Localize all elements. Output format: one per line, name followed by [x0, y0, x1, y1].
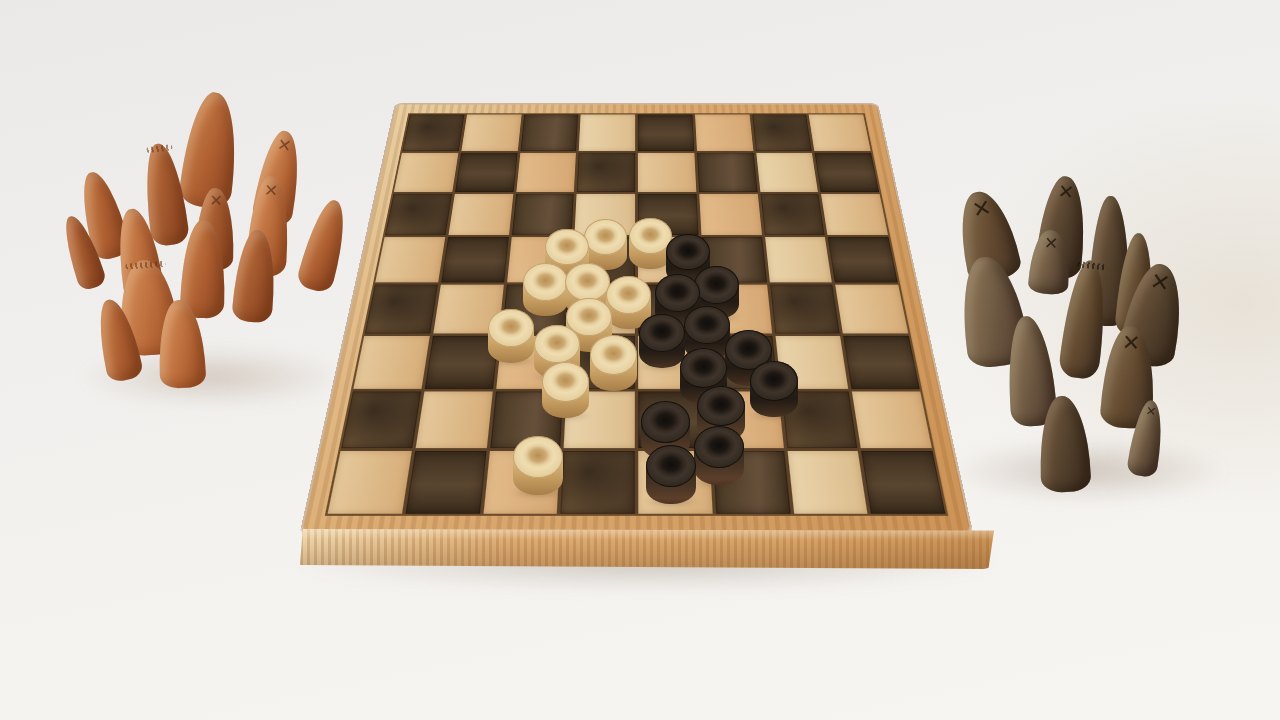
- checker-top: [680, 348, 727, 387]
- checker-top: [488, 309, 534, 348]
- square-e7: [638, 153, 696, 192]
- square-b8: [461, 114, 521, 150]
- checker-top: [513, 436, 563, 478]
- square-a8: [402, 114, 464, 150]
- square-c7: [516, 153, 576, 192]
- square-e8: [638, 114, 694, 150]
- checker-top: [590, 335, 637, 374]
- light-checker-d3: [542, 362, 589, 417]
- checker-top: [534, 325, 580, 364]
- square-b1: [405, 451, 486, 514]
- square-b2: [415, 391, 492, 448]
- square-h7: [815, 153, 879, 192]
- square-a6: [385, 193, 452, 235]
- square-h6: [821, 193, 888, 235]
- checker-top: [684, 306, 730, 345]
- square-a4: [365, 285, 438, 334]
- checker-top: [523, 263, 568, 301]
- square-a7: [394, 153, 458, 192]
- carved-x-mark: ✕: [952, 190, 1010, 227]
- square-g6: [760, 193, 825, 235]
- dark-checker-f2: [694, 426, 744, 485]
- checker-top: [639, 314, 685, 353]
- square-g7: [756, 153, 818, 192]
- checker-top: [666, 234, 710, 271]
- checker-top: [542, 362, 589, 401]
- square-f7: [697, 153, 757, 192]
- square-h4: [835, 285, 908, 334]
- dark-checker-e4: [639, 314, 685, 368]
- checker-top: [646, 445, 696, 487]
- checker-top: [565, 263, 610, 301]
- left-carved-piece-7: [295, 196, 354, 294]
- dark-checker-f3: [750, 361, 798, 418]
- checker-top: [584, 219, 627, 255]
- square-d8: [579, 114, 635, 150]
- square-b5: [441, 237, 508, 282]
- checker-top: [606, 276, 651, 314]
- square-h5: [828, 237, 898, 282]
- board-front-edge: [300, 529, 994, 569]
- square-g5: [765, 237, 832, 282]
- square-d1: [561, 451, 635, 514]
- scene: ✕✕✕ ✕✕✕✕✕✕: [0, 0, 1280, 720]
- carved-serration: [146, 144, 173, 153]
- square-g1: [787, 451, 868, 514]
- square-h3: [843, 336, 919, 389]
- checker-top: [697, 386, 745, 426]
- light-checker-d6: [584, 219, 627, 270]
- checker-top: [641, 401, 690, 442]
- checker-top: [750, 361, 798, 401]
- light-checker-c4: [488, 309, 534, 363]
- square-b7: [455, 153, 517, 192]
- checker-top: [694, 426, 744, 468]
- dark-checker-e1: [646, 445, 696, 504]
- square-a3: [353, 336, 429, 389]
- square-h8: [809, 114, 871, 150]
- checker-top: [694, 266, 739, 304]
- checker-top: [545, 229, 589, 266]
- square-f6: [699, 193, 762, 235]
- square-a5: [375, 237, 445, 282]
- square-h2: [852, 391, 932, 448]
- square-b6: [448, 193, 513, 235]
- square-g4: [770, 285, 840, 334]
- carved-x-mark: ✕: [263, 132, 306, 159]
- carved-x-mark: ✕: [1042, 178, 1090, 206]
- square-h1: [861, 451, 945, 514]
- square-a2: [341, 391, 421, 448]
- light-checker-d4: [590, 335, 637, 390]
- square-d7: [577, 153, 635, 192]
- square-g8: [752, 114, 812, 150]
- light-checker-c1: [513, 436, 563, 495]
- square-c8: [520, 114, 578, 150]
- square-a1: [328, 451, 412, 514]
- square-f8: [695, 114, 753, 150]
